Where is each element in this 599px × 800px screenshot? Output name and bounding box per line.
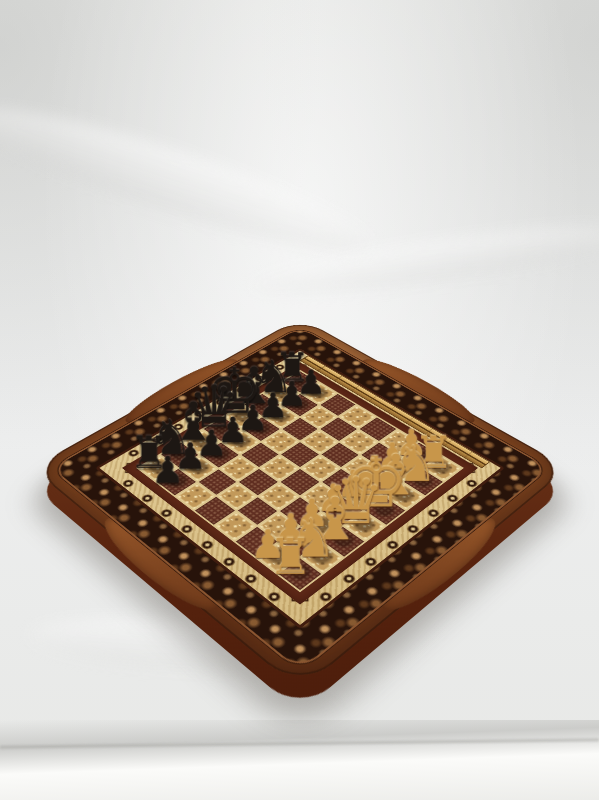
cloth-fold <box>0 720 599 800</box>
piece-glyph: ♜ <box>268 533 312 580</box>
piece-glyph: ♟ <box>151 453 184 488</box>
